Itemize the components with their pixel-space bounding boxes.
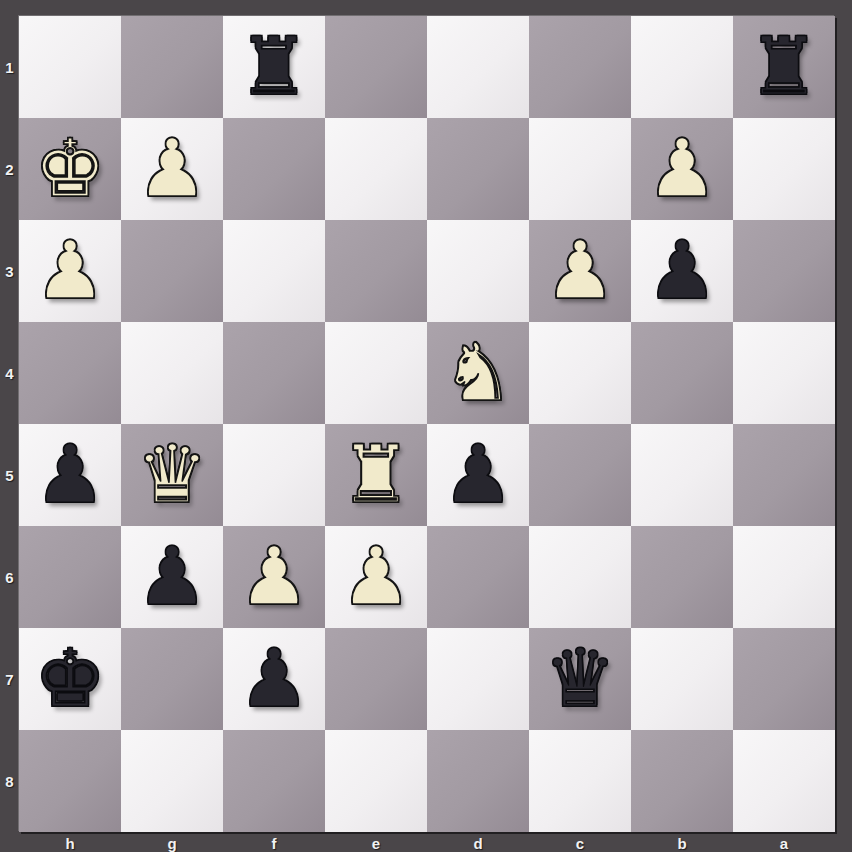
square-d2[interactable] (427, 118, 529, 220)
square-a4[interactable] (733, 322, 835, 424)
rank-label-7: 7 (0, 628, 19, 730)
file-label-e: e (325, 834, 427, 852)
square-e5[interactable]: ♜ (325, 424, 427, 526)
black-pawn-d5[interactable]: ♟ (442, 424, 514, 526)
white-rook-e5[interactable]: ♜ (340, 424, 412, 526)
square-e7[interactable] (325, 628, 427, 730)
square-b1[interactable] (631, 16, 733, 118)
square-a1[interactable]: ♜ (733, 16, 835, 118)
square-d7[interactable] (427, 628, 529, 730)
square-h2[interactable]: ♚ (19, 118, 121, 220)
square-g2[interactable]: ♟ (121, 118, 223, 220)
black-rook-a1[interactable]: ♜ (748, 16, 820, 118)
square-e1[interactable] (325, 16, 427, 118)
square-b4[interactable] (631, 322, 733, 424)
black-rook-f1[interactable]: ♜ (238, 16, 310, 118)
black-king-h7[interactable]: ♚ (34, 628, 106, 730)
square-d1[interactable] (427, 16, 529, 118)
square-c7[interactable]: ♛ (529, 628, 631, 730)
square-g8[interactable] (121, 730, 223, 832)
square-b5[interactable] (631, 424, 733, 526)
rank-label-3: 3 (0, 220, 19, 322)
rank-label-6: 6 (0, 526, 19, 628)
square-c5[interactable] (529, 424, 631, 526)
square-h3[interactable]: ♟ (19, 220, 121, 322)
black-pawn-b3[interactable]: ♟ (646, 220, 718, 322)
rank-label-8: 8 (0, 730, 19, 832)
rank-label-4: 4 (0, 322, 19, 424)
white-pawn-f6[interactable]: ♟ (238, 526, 310, 628)
square-h4[interactable] (19, 322, 121, 424)
square-d3[interactable] (427, 220, 529, 322)
square-f3[interactable] (223, 220, 325, 322)
square-e6[interactable]: ♟ (325, 526, 427, 628)
square-e2[interactable] (325, 118, 427, 220)
square-a5[interactable] (733, 424, 835, 526)
white-knight-d4[interactable]: ♞ (442, 322, 514, 424)
square-g5[interactable]: ♛ (121, 424, 223, 526)
file-label-c: c (529, 834, 631, 852)
square-f7[interactable]: ♟ (223, 628, 325, 730)
square-c6[interactable] (529, 526, 631, 628)
white-king-h2[interactable]: ♚ (34, 118, 106, 220)
file-label-h: h (19, 834, 121, 852)
white-queen-g5[interactable]: ♛ (136, 424, 208, 526)
file-label-b: b (631, 834, 733, 852)
square-d6[interactable] (427, 526, 529, 628)
square-f2[interactable] (223, 118, 325, 220)
square-h6[interactable] (19, 526, 121, 628)
black-pawn-f7[interactable]: ♟ (238, 628, 310, 730)
black-queen-c7[interactable]: ♛ (544, 628, 616, 730)
square-b7[interactable] (631, 628, 733, 730)
white-pawn-h3[interactable]: ♟ (34, 220, 106, 322)
square-g1[interactable] (121, 16, 223, 118)
square-f4[interactable] (223, 322, 325, 424)
square-a8[interactable] (733, 730, 835, 832)
white-pawn-e6[interactable]: ♟ (340, 526, 412, 628)
black-pawn-h5[interactable]: ♟ (34, 424, 106, 526)
file-label-a: a (733, 834, 835, 852)
square-c8[interactable] (529, 730, 631, 832)
square-f5[interactable] (223, 424, 325, 526)
square-c1[interactable] (529, 16, 631, 118)
square-a3[interactable] (733, 220, 835, 322)
square-d5[interactable]: ♟ (427, 424, 529, 526)
square-c2[interactable] (529, 118, 631, 220)
square-g3[interactable] (121, 220, 223, 322)
square-g4[interactable] (121, 322, 223, 424)
chess-board: ♜♜♚♟♟♟♟♟♞♟♛♜♟♟♟♟♚♟♛ (19, 16, 835, 832)
square-e8[interactable] (325, 730, 427, 832)
square-b8[interactable] (631, 730, 733, 832)
black-pawn-g6[interactable]: ♟ (136, 526, 208, 628)
square-f1[interactable]: ♜ (223, 16, 325, 118)
square-c3[interactable]: ♟ (529, 220, 631, 322)
chessboard-window: ♜♜♚♟♟♟♟♟♞♟♛♜♟♟♟♟♚♟♛ 12345678 hgfedcba (0, 0, 852, 852)
square-f8[interactable] (223, 730, 325, 832)
rank-label-2: 2 (0, 118, 19, 220)
square-h7[interactable]: ♚ (19, 628, 121, 730)
square-d8[interactable] (427, 730, 529, 832)
square-e3[interactable] (325, 220, 427, 322)
square-a2[interactable] (733, 118, 835, 220)
rank-label-5: 5 (0, 424, 19, 526)
square-b6[interactable] (631, 526, 733, 628)
square-g6[interactable]: ♟ (121, 526, 223, 628)
square-f6[interactable]: ♟ (223, 526, 325, 628)
file-label-g: g (121, 834, 223, 852)
white-pawn-c3[interactable]: ♟ (544, 220, 616, 322)
square-h8[interactable] (19, 730, 121, 832)
square-h1[interactable] (19, 16, 121, 118)
file-label-f: f (223, 834, 325, 852)
square-a7[interactable] (733, 628, 835, 730)
file-label-d: d (427, 834, 529, 852)
white-pawn-g2[interactable]: ♟ (136, 118, 208, 220)
square-b3[interactable]: ♟ (631, 220, 733, 322)
square-c4[interactable] (529, 322, 631, 424)
square-a6[interactable] (733, 526, 835, 628)
rank-label-1: 1 (0, 16, 19, 118)
square-b2[interactable]: ♟ (631, 118, 733, 220)
square-h5[interactable]: ♟ (19, 424, 121, 526)
square-g7[interactable] (121, 628, 223, 730)
square-e4[interactable] (325, 322, 427, 424)
white-pawn-b2[interactable]: ♟ (646, 118, 718, 220)
square-d4[interactable]: ♞ (427, 322, 529, 424)
